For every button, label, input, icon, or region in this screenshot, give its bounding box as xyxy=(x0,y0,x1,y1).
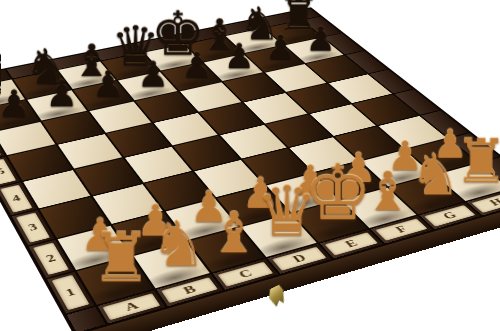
white-knight[interactable]: ♞ xyxy=(409,150,460,202)
white-rook[interactable]: ♜ xyxy=(90,227,151,290)
black-pawn[interactable]: ♟ xyxy=(137,59,169,92)
chess-board-grid: 8♜♞♝♛♚♝♞♜7♟♟♟♟♟♟♟♟65432♟♟♟♟♟♟♟♟1♜♞♝♛♚♝♞♜… xyxy=(0,8,500,331)
white-knight[interactable]: ♞ xyxy=(150,217,206,274)
black-pawn[interactable]: ♟ xyxy=(265,32,296,63)
product-photo: 8♜♞♝♛♚♝♞♜7♟♟♟♟♟♟♟♟65432♟♟♟♟♟♟♟♟1♜♞♝♛♚♝♞♜… xyxy=(0,0,500,331)
white-rook[interactable]: ♜ xyxy=(454,134,500,190)
white-bishop[interactable]: ♝ xyxy=(208,207,259,259)
chess-board: 8♜♞♝♛♚♝♞♜7♟♟♟♟♟♟♟♟65432♟♟♟♟♟♟♟♟1♜♞♝♛♚♝♞♜… xyxy=(0,8,500,331)
black-pawn[interactable]: ♟ xyxy=(223,41,254,73)
black-pawn[interactable]: ♟ xyxy=(45,77,78,111)
rank-label-4-plaque: 4 xyxy=(0,185,33,213)
black-pawn[interactable]: ♟ xyxy=(305,24,335,55)
black-pawn[interactable]: ♟ xyxy=(181,50,213,82)
brass-clasp-left xyxy=(268,283,287,309)
black-pawn[interactable]: ♟ xyxy=(91,68,123,101)
photo-stage: 8♜♞♝♛♚♝♞♜7♟♟♟♟♟♟♟♟65432♟♟♟♟♟♟♟♟1♜♞♝♛♚♝♞♜… xyxy=(0,0,500,331)
white-queen[interactable]: ♛ xyxy=(255,180,317,244)
black-pawn[interactable]: ♟ xyxy=(0,87,30,121)
